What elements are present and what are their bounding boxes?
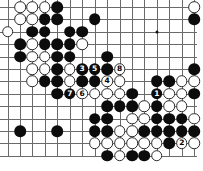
stone xyxy=(176,76,188,88)
stone xyxy=(188,76,200,88)
stone xyxy=(188,138,200,150)
stone xyxy=(101,100,113,112)
stone xyxy=(27,51,39,63)
move-stone-5: 5 xyxy=(89,63,101,75)
stone xyxy=(64,51,76,63)
stone xyxy=(52,14,64,26)
stone xyxy=(76,76,88,88)
stone xyxy=(89,138,101,150)
stone xyxy=(39,38,51,50)
stone xyxy=(14,125,26,137)
stone xyxy=(52,125,64,137)
stone xyxy=(164,113,176,125)
stone xyxy=(139,100,151,112)
move-stone-8: 8 xyxy=(114,63,126,75)
stone xyxy=(114,100,126,112)
stone xyxy=(27,76,39,88)
stone xyxy=(126,138,138,150)
stone xyxy=(14,51,26,63)
stone xyxy=(164,88,176,100)
stone xyxy=(151,76,163,88)
stone xyxy=(89,76,101,88)
stone xyxy=(176,125,188,137)
stone xyxy=(52,88,64,100)
stone xyxy=(39,14,51,26)
stone xyxy=(89,14,101,26)
stone xyxy=(188,88,200,100)
stone xyxy=(164,138,176,150)
stone xyxy=(188,14,200,26)
board-vline xyxy=(8,0,9,157)
stone xyxy=(52,1,64,13)
stone xyxy=(101,113,113,125)
stone xyxy=(101,63,113,75)
move-stone-1: 1 xyxy=(151,88,163,100)
stone xyxy=(101,88,113,100)
stone xyxy=(176,113,188,125)
board-hline xyxy=(0,156,197,157)
stone xyxy=(27,63,39,75)
stone xyxy=(151,138,163,150)
stone xyxy=(126,113,138,125)
stone xyxy=(114,88,126,100)
move-stone-7: 7 xyxy=(64,88,76,100)
stone xyxy=(89,113,101,125)
star-point xyxy=(155,30,158,33)
stone xyxy=(39,1,51,13)
stone xyxy=(139,125,151,137)
stone xyxy=(176,88,188,100)
stone xyxy=(27,1,39,13)
stone xyxy=(14,14,26,26)
move-stone-3: 3 xyxy=(76,63,88,75)
move-stone-6: 6 xyxy=(76,88,88,100)
stone xyxy=(2,26,14,38)
stone xyxy=(164,125,176,137)
stone xyxy=(76,38,88,50)
go-board: 35847612 xyxy=(0,0,203,171)
move-stone-2: 2 xyxy=(176,138,188,150)
stone xyxy=(114,138,126,150)
stone xyxy=(64,76,76,88)
stone xyxy=(114,150,126,162)
stone xyxy=(151,100,163,112)
stone xyxy=(101,150,113,162)
stone xyxy=(176,100,188,112)
stone xyxy=(139,113,151,125)
stone xyxy=(126,100,138,112)
stone xyxy=(64,26,76,38)
stone xyxy=(164,76,176,88)
stone xyxy=(39,51,51,63)
stone xyxy=(64,38,76,50)
stone xyxy=(139,150,151,162)
stone xyxy=(151,125,163,137)
stone xyxy=(101,125,113,137)
stone xyxy=(151,113,163,125)
stone xyxy=(188,125,200,137)
stone xyxy=(52,38,64,50)
stone xyxy=(39,26,51,38)
stone xyxy=(164,100,176,112)
stone xyxy=(64,63,76,75)
stone xyxy=(101,138,113,150)
stone xyxy=(126,150,138,162)
stone xyxy=(151,150,163,162)
stone xyxy=(39,76,51,88)
stone xyxy=(52,63,64,75)
stone xyxy=(14,1,26,13)
move-stone-4: 4 xyxy=(101,76,113,88)
stone xyxy=(89,88,101,100)
stone xyxy=(188,113,200,125)
stone xyxy=(126,125,138,137)
stone xyxy=(89,125,101,137)
stone xyxy=(76,26,88,38)
stone xyxy=(188,1,200,13)
stone xyxy=(126,88,138,100)
stone xyxy=(139,138,151,150)
stone xyxy=(52,51,64,63)
stone xyxy=(188,63,200,75)
stone xyxy=(101,51,113,63)
stone xyxy=(27,26,39,38)
stone xyxy=(14,38,26,50)
stone xyxy=(27,38,39,50)
stone xyxy=(114,76,126,88)
stone xyxy=(114,125,126,137)
stone xyxy=(27,14,39,26)
stone xyxy=(52,76,64,88)
stone xyxy=(39,63,51,75)
